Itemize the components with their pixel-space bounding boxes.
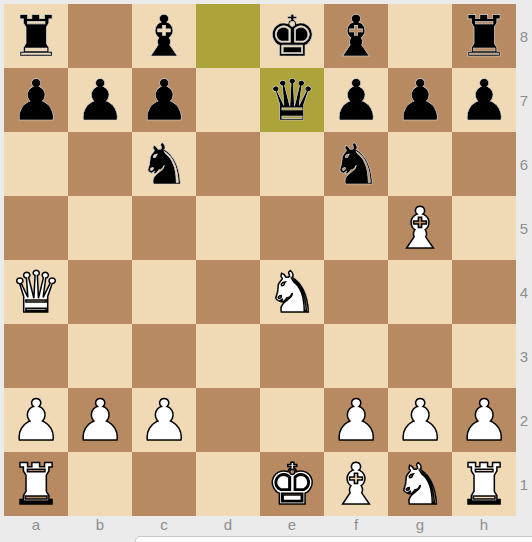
white-rook[interactable]: ♜ [458,456,509,513]
square-b1[interactable] [68,452,132,516]
square-h3[interactable] [452,324,516,388]
square-a6[interactable] [4,132,68,196]
square-e3[interactable] [260,324,324,388]
black-queen[interactable]: ♛ [266,72,317,129]
square-c7[interactable]: ♟ [132,68,196,132]
black-rook[interactable]: ♜ [10,8,61,65]
square-c1[interactable] [132,452,196,516]
square-d2[interactable] [196,388,260,452]
square-a1[interactable]: ♜ [4,452,68,516]
black-pawn[interactable]: ♟ [330,72,381,129]
rank-label-7: 7 [516,68,532,132]
white-queen[interactable]: ♛ [10,264,61,321]
square-b2[interactable]: ♟ [68,388,132,452]
file-label-b: b [68,515,132,533]
black-knight[interactable]: ♞ [330,136,381,193]
square-e7[interactable]: ♛ [260,68,324,132]
square-h1[interactable]: ♜ [452,452,516,516]
square-h4[interactable] [452,260,516,324]
rank-label-3: 3 [516,324,532,388]
file-label-c: c [132,515,196,533]
black-pawn[interactable]: ♟ [138,72,189,129]
square-e6[interactable] [260,132,324,196]
square-f7[interactable]: ♟ [324,68,388,132]
square-b3[interactable] [68,324,132,388]
square-h5[interactable] [452,196,516,260]
black-knight[interactable]: ♞ [138,136,189,193]
square-e4[interactable]: ♞ [260,260,324,324]
file-coordinates: abcdefgh [4,515,516,533]
file-label-g: g [388,515,452,533]
white-bishop[interactable]: ♝ [394,200,445,257]
rank-label-5: 5 [516,196,532,260]
square-f4[interactable] [324,260,388,324]
square-f2[interactable]: ♟ [324,388,388,452]
black-rook[interactable]: ♜ [458,8,509,65]
square-f1[interactable]: ♝ [324,452,388,516]
square-d6[interactable] [196,132,260,196]
square-a2[interactable]: ♟ [4,388,68,452]
square-g5[interactable]: ♝ [388,196,452,260]
rank-label-4: 4 [516,260,532,324]
white-knight[interactable]: ♞ [266,264,317,321]
white-bishop[interactable]: ♝ [330,456,381,513]
white-pawn[interactable]: ♟ [74,392,125,449]
file-label-h: h [452,515,516,533]
square-d3[interactable] [196,324,260,388]
white-pawn[interactable]: ♟ [458,392,509,449]
black-pawn[interactable]: ♟ [74,72,125,129]
square-h8[interactable]: ♜ [452,4,516,68]
chess-board: ♜♝♚♝♜♟♟♟♛♟♟♟♞♞♝♛♞♟♟♟♟♟♟♜♚♝♞♜ [4,4,516,516]
rank-label-1: 1 [516,452,532,516]
square-g7[interactable]: ♟ [388,68,452,132]
square-d4[interactable] [196,260,260,324]
white-pawn[interactable]: ♟ [10,392,61,449]
white-knight[interactable]: ♞ [394,456,445,513]
square-h6[interactable] [452,132,516,196]
black-pawn[interactable]: ♟ [458,72,509,129]
rank-label-2: 2 [516,388,532,452]
square-e1[interactable]: ♚ [260,452,324,516]
white-pawn[interactable]: ♟ [330,392,381,449]
square-a3[interactable] [4,324,68,388]
square-e5[interactable] [260,196,324,260]
square-g1[interactable]: ♞ [388,452,452,516]
white-king[interactable]: ♚ [266,456,317,513]
square-g6[interactable] [388,132,452,196]
square-b4[interactable] [68,260,132,324]
white-pawn[interactable]: ♟ [394,392,445,449]
square-d7[interactable] [196,68,260,132]
square-c4[interactable] [132,260,196,324]
square-c2[interactable]: ♟ [132,388,196,452]
square-b5[interactable] [68,196,132,260]
bottom-panel-edge [135,536,532,542]
square-f6[interactable]: ♞ [324,132,388,196]
square-g8[interactable] [388,4,452,68]
square-b8[interactable] [68,4,132,68]
black-pawn[interactable]: ♟ [394,72,445,129]
black-king[interactable]: ♚ [266,8,317,65]
square-h7[interactable]: ♟ [452,68,516,132]
black-bishop[interactable]: ♝ [330,8,381,65]
square-g3[interactable] [388,324,452,388]
square-d1[interactable] [196,452,260,516]
square-c3[interactable] [132,324,196,388]
rank-label-8: 8 [516,4,532,68]
square-h2[interactable]: ♟ [452,388,516,452]
square-f8[interactable]: ♝ [324,4,388,68]
file-label-e: e [260,515,324,533]
square-a8[interactable]: ♜ [4,4,68,68]
file-label-d: d [196,515,260,533]
white-rook[interactable]: ♜ [10,456,61,513]
square-c6[interactable]: ♞ [132,132,196,196]
white-pawn[interactable]: ♟ [138,392,189,449]
square-c8[interactable]: ♝ [132,4,196,68]
square-e2[interactable] [260,388,324,452]
black-pawn[interactable]: ♟ [10,72,61,129]
square-b6[interactable] [68,132,132,196]
square-e8[interactable]: ♚ [260,4,324,68]
square-f5[interactable] [324,196,388,260]
file-label-a: a [4,515,68,533]
square-g2[interactable]: ♟ [388,388,452,452]
square-f3[interactable] [324,324,388,388]
rank-coordinates: 87654321 [516,4,532,516]
square-b7[interactable]: ♟ [68,68,132,132]
square-a4[interactable]: ♛ [4,260,68,324]
square-a7[interactable]: ♟ [4,68,68,132]
file-label-f: f [324,515,388,533]
square-a5[interactable] [4,196,68,260]
square-d8[interactable] [196,4,260,68]
square-g4[interactable] [388,260,452,324]
black-bishop[interactable]: ♝ [138,8,189,65]
square-d5[interactable] [196,196,260,260]
square-c5[interactable] [132,196,196,260]
rank-label-6: 6 [516,132,532,196]
